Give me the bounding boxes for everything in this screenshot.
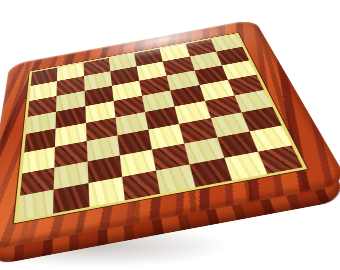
square-b1 — [53, 183, 89, 214]
square-a1 — [18, 189, 54, 220]
square-h1 — [258, 145, 303, 174]
square-c1 — [88, 177, 125, 207]
board-tilt-wrapper — [0, 19, 340, 253]
maple-inlay-border — [14, 33, 308, 224]
square-e1 — [156, 164, 196, 194]
board-grid — [18, 35, 303, 221]
photo-background — [0, 0, 340, 270]
square-d1 — [122, 170, 160, 200]
